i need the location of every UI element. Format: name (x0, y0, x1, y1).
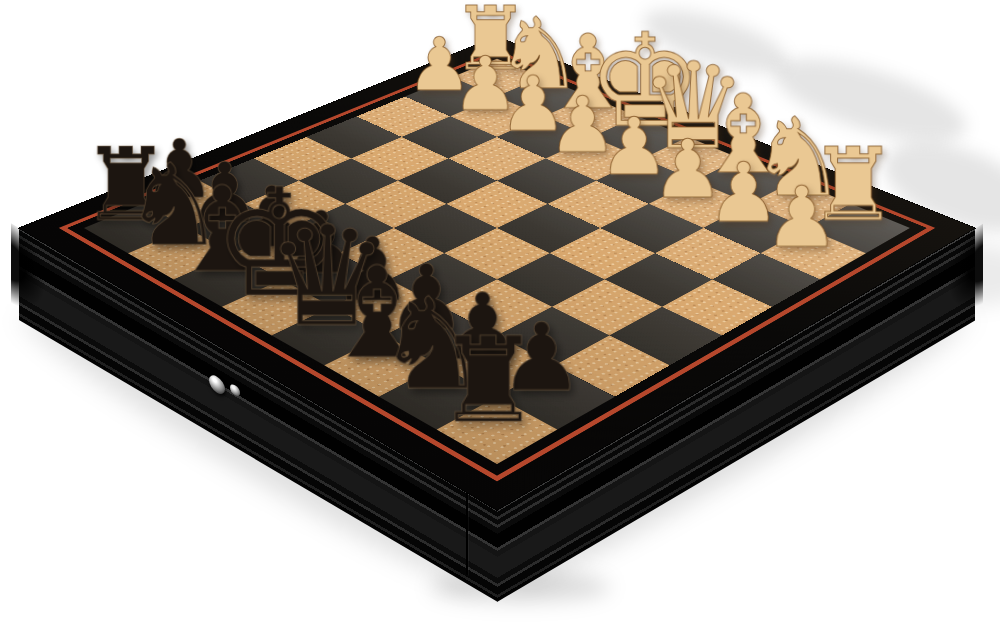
case-top-surface: ♜♞♝♚♛♝♞♜♟♟♟♟♟♟♟♟♟♟♟♟♟♟♟♟♜♞♝♚♛♝♞♜ (19, 36, 975, 509)
square-a8[interactable]: ♜ (437, 397, 558, 464)
drawer-knob[interactable] (209, 372, 225, 397)
square-a2[interactable]: ♟ (761, 228, 866, 279)
board-3d: ♜♞♝♚♛♝♞♜♟♟♟♟♟♟♟♟♟♟♟♟♟♟♟♟♜♞♝♚♛♝♞♜ (19, 36, 975, 509)
piece-black-rook-a8[interactable]: ♜ (436, 322, 522, 440)
chess-set-photo: ♜♞♝♚♛♝♞♜♟♟♟♟♟♟♟♟♟♟♟♟♟♟♟♟♜♞♝♚♛♝♞♜ (0, 0, 1000, 623)
square-b3[interactable] (655, 228, 760, 279)
piece-white-pawn-a2[interactable]: ♟ (764, 175, 839, 259)
drawer-knob-ball-2[interactable] (230, 382, 240, 398)
